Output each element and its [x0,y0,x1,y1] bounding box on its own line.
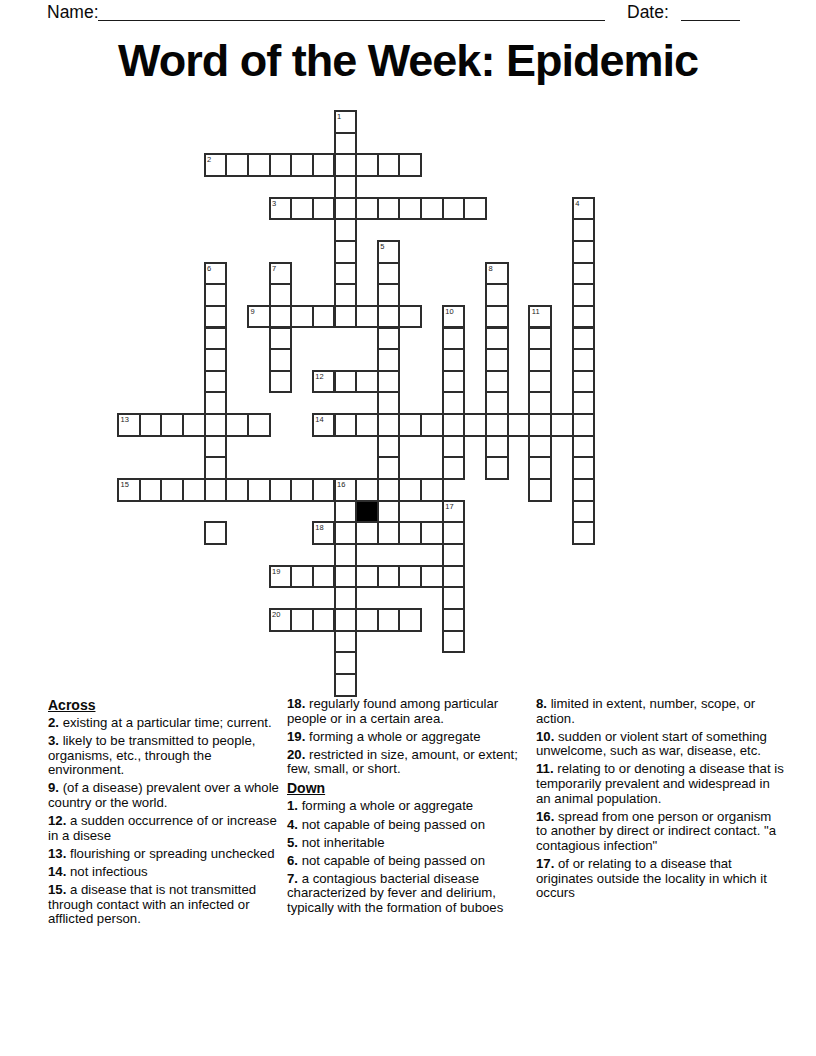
crossword-cell[interactable] [377,197,401,221]
crossword-cell[interactable] [204,327,228,351]
clue-across-15: 15. a disease that is not transmitted th… [48,883,288,927]
crossword-cell[interactable] [420,521,444,545]
clue-across-13: 13. flourishing or spreading unchecked [48,847,288,862]
crossword-cell[interactable]: 15 [117,478,141,502]
crossword-cell[interactable] [377,435,401,459]
crossword-cell[interactable]: 1 [334,110,358,134]
crossword-cell[interactable] [334,175,358,199]
crossword-cell[interactable] [355,305,379,329]
crossword-cell[interactable] [269,370,293,394]
crossword-cell[interactable] [442,435,466,459]
crossword-cell[interactable] [572,218,596,242]
crossword-cell[interactable] [225,153,249,177]
crossword-cell[interactable] [528,478,552,502]
crossword-cell[interactable] [355,521,379,545]
clue-number-label: 15 [121,480,129,489]
crossword-cell[interactable] [398,413,422,437]
clue-down-7: 7. a contagious bacterial disease charac… [287,872,530,916]
crossword-cell[interactable] [572,370,596,394]
crossword-cell[interactable] [377,565,401,589]
crossword-cell[interactable] [269,327,293,351]
crossword-cell[interactable] [160,413,184,437]
crossword-cell[interactable] [377,283,401,307]
crossword-cell[interactable] [269,283,293,307]
crossword-cell[interactable] [334,240,358,264]
crossword-cell[interactable] [377,305,401,329]
crossword-cell[interactable] [247,413,271,437]
crossword-cell[interactable]: 10 [442,305,466,329]
clue-down-10: 10. sudden or violent start of something… [536,730,784,759]
crossword-cell[interactable]: 14 [312,413,336,437]
clue-across-14: 14. not infectious [48,865,288,880]
crossword-cell[interactable] [550,413,574,437]
crossword-cell[interactable] [377,153,401,177]
crossword-cell[interactable] [442,413,466,437]
clue-number-label: 7 [272,264,276,273]
crossword-cell[interactable] [398,478,422,502]
crossword-cell[interactable] [312,305,336,329]
crossword-cell[interactable] [528,413,552,437]
crossword-cell[interactable] [204,391,228,415]
crossword-cell[interactable] [204,348,228,372]
crossword-cell[interactable]: 5 [377,240,401,264]
crossword-cell[interactable] [312,153,336,177]
crossword-cell[interactable] [572,327,596,351]
crossword-cell[interactable] [334,521,358,545]
crossword-cell[interactable] [572,240,596,264]
crossword-cell[interactable] [334,153,358,177]
crossword-cell[interactable] [572,305,596,329]
crossword-cell[interactable] [204,435,228,459]
crossword-cell[interactable] [442,521,466,545]
clue-number-label: 16 [337,480,345,489]
crossword-cell[interactable] [528,370,552,394]
clue-down-8: 8. limited in extent, number, scope, or … [536,697,784,726]
crossword-cell[interactable] [442,327,466,351]
crossword-cell[interactable]: 18 [312,521,336,545]
crossword-cell[interactable] [398,153,422,177]
crossword-cell[interactable] [334,500,358,524]
crossword-cell[interactable] [485,348,509,372]
crossword-cell[interactable] [355,413,379,437]
crossword-cell[interactable] [442,586,466,610]
clue-down-1: 1. forming a whole or aggregate [287,799,530,814]
crossword-cell[interactable] [572,456,596,480]
crossword-cell[interactable]: 12 [312,370,336,394]
clue-number-label: 6 [207,264,211,273]
crossword-cell[interactable]: 9 [247,305,271,329]
crossword-cell[interactable] [312,197,336,221]
name-input-line[interactable] [98,1,605,21]
crossword-cell[interactable]: 6 [204,262,228,286]
crossword-cell[interactable]: 13 [117,413,141,437]
clue-number-label: 18 [315,523,323,532]
crossword-cell[interactable] [334,608,358,632]
crossword-cell[interactable] [182,478,206,502]
clue-across-18: 18. regularly found among particular peo… [287,697,530,726]
crossword-cell[interactable] [398,565,422,589]
crossword-cell[interactable] [398,608,422,632]
crossword-cell[interactable]: 19 [269,565,293,589]
clue-number-label: 13 [121,415,129,424]
crossword-cell[interactable] [290,305,314,329]
clue-list-heading: Down [287,780,530,796]
crossword-cell[interactable] [377,521,401,545]
crossword-cell[interactable] [398,521,422,545]
crossword-cell[interactable] [269,153,293,177]
clue-number-label: 20 [272,610,280,619]
blocked-cell [355,500,379,524]
crossword-cell[interactable] [334,283,358,307]
clue-number-label: 14 [315,415,323,424]
crossword-cell[interactable] [377,370,401,394]
crossword-cell[interactable] [442,608,466,632]
clue-across-19: 19. forming a whole or aggregate [287,730,530,745]
crossword-cell[interactable] [204,283,228,307]
crossword-cell[interactable]: 11 [528,305,552,329]
crossword-cell[interactable] [485,413,509,437]
crossword-cell[interactable] [463,413,487,437]
crossword-cell[interactable] [139,413,163,437]
crossword-worksheet-page: { "game": "crossword", "title": "Word of… [0,0,816,1056]
crossword-cell[interactable] [377,348,401,372]
crossword-cell[interactable] [485,327,509,351]
crossword-cell[interactable] [377,478,401,502]
crossword-cell[interactable] [334,565,358,589]
crossword-cell[interactable] [572,435,596,459]
crossword-cell[interactable] [334,370,358,394]
crossword-cell[interactable] [334,262,358,286]
crossword-cell[interactable] [572,283,596,307]
crossword-cell[interactable] [204,521,228,545]
crossword-cell[interactable] [572,348,596,372]
crossword-cell[interactable]: 2 [204,153,228,177]
crossword-cell[interactable] [334,218,358,242]
clue-column-2: 18. regularly found among particular peo… [287,697,530,919]
clue-number-label: 12 [315,372,323,381]
crossword-cell[interactable] [572,413,596,437]
clue-number-label: 1 [337,112,341,121]
crossword-cell[interactable] [485,305,509,329]
clue-number-label: 9 [250,307,254,316]
crossword-cell[interactable] [398,305,422,329]
clue-number-label: 10 [445,307,453,316]
clue-number-label: 2 [207,155,211,164]
crossword-cell[interactable]: 7 [269,262,293,286]
crossword-cell[interactable]: 17 [442,500,466,524]
crossword-cell[interactable] [334,305,358,329]
crossword-cell[interactable] [290,197,314,221]
clue-across-20: 20. restricted in size, amount, or exten… [287,748,530,777]
clue-number-label: 11 [532,307,540,316]
crossword-cell[interactable] [269,305,293,329]
crossword-cell[interactable] [269,478,293,502]
crossword-cell[interactable] [204,305,228,329]
clue-down-6: 6. not capable of being passed on [287,854,530,869]
crossword-cell[interactable] [355,478,379,502]
crossword-cell[interactable] [355,153,379,177]
clue-down-4: 4. not capable of being passed on [287,818,530,833]
clue-number-label: 17 [445,502,453,511]
crossword-cell[interactable] [377,262,401,286]
crossword-cell[interactable] [182,413,206,437]
crossword-cell[interactable] [312,608,336,632]
date-label: Date: [627,2,669,23]
crossword-cell[interactable] [442,391,466,415]
clue-number-label: 19 [272,567,280,576]
crossword-cell[interactable]: 16 [334,478,358,502]
crossword-cell[interactable] [485,456,509,480]
clue-down-5: 5. not inheritable [287,836,530,851]
crossword-cell[interactable] [572,478,596,502]
crossword-cell[interactable] [377,608,401,632]
crossword-cell[interactable] [442,630,466,654]
crossword-cell[interactable] [528,435,552,459]
crossword-cell[interactable] [355,608,379,632]
clue-number-label: 4 [575,199,579,208]
clue-number-label: 5 [380,242,384,251]
crossword-cell[interactable] [377,413,401,437]
crossword-cell[interactable] [420,197,444,221]
crossword-cell[interactable]: 4 [572,197,596,221]
crossword-cell[interactable] [485,391,509,415]
clue-down-11: 11. relating to or denoting a disease th… [536,762,784,806]
crossword-cell[interactable] [204,370,228,394]
clue-number-label: 8 [489,264,493,273]
clue-list-heading: Across [48,697,288,713]
crossword-cell[interactable] [247,478,271,502]
crossword-cell[interactable] [290,608,314,632]
crossword-cell[interactable] [398,197,422,221]
crossword-cell[interactable] [334,586,358,610]
crossword-cell[interactable] [334,132,358,156]
crossword-cell[interactable] [160,478,184,502]
crossword-cell[interactable] [442,565,466,589]
crossword-cell[interactable] [442,543,466,567]
crossword-cell[interactable] [334,413,358,437]
crossword-grid: 1234567891011121314151617181920 [117,110,597,698]
crossword-cell[interactable] [334,543,358,567]
crossword-cell[interactable] [334,197,358,221]
crossword-cell[interactable]: 20 [269,608,293,632]
crossword-cell[interactable] [377,456,401,480]
crossword-cell[interactable] [463,197,487,221]
crossword-cell[interactable] [247,153,271,177]
crossword-cell[interactable] [442,197,466,221]
clue-across-2: 2. existing at a particular time; curren… [48,716,288,731]
crossword-cell[interactable] [355,565,379,589]
crossword-cell[interactable] [334,630,358,654]
clue-number-label: 3 [272,199,276,208]
date-input-line[interactable] [681,1,740,21]
clue-across-3: 3. likely to be transmitted to people, o… [48,734,288,778]
name-label: Name: [47,2,99,23]
crossword-cell[interactable] [377,327,401,351]
crossword-cell[interactable] [528,327,552,351]
crossword-cell[interactable] [528,456,552,480]
page-title: Word of the Week: Epidemic [0,35,816,87]
crossword-cell[interactable] [485,435,509,459]
crossword-cell[interactable] [485,283,509,307]
crossword-cell[interactable] [312,565,336,589]
crossword-cell[interactable] [420,565,444,589]
clue-column-1: Across2. existing at a particular time; … [48,697,288,930]
clue-column-3: 8. limited in extent, number, scope, or … [536,697,784,904]
clue-across-9: 9. (of a disease) prevalent over a whole… [48,781,288,810]
crossword-cell[interactable] [204,456,228,480]
crossword-cell[interactable] [572,500,596,524]
crossword-cell[interactable]: 8 [485,262,509,286]
crossword-cell[interactable] [572,262,596,286]
crossword-cell[interactable] [290,565,314,589]
crossword-cell[interactable] [528,391,552,415]
crossword-cell[interactable]: 3 [269,197,293,221]
crossword-cell[interactable] [355,370,379,394]
crossword-cell[interactable] [204,413,228,437]
crossword-cell[interactable] [139,478,163,502]
crossword-cell[interactable] [572,521,596,545]
clue-down-17: 17. of or relating to a disease that ori… [536,857,784,901]
crossword-cell[interactable] [355,197,379,221]
crossword-cell[interactable] [528,348,552,372]
crossword-cell[interactable] [377,500,401,524]
crossword-cell[interactable] [485,370,509,394]
crossword-cell[interactable] [312,478,336,502]
crossword-cell[interactable] [442,348,466,372]
clue-down-16: 16. spread from one person or organism t… [536,810,784,854]
crossword-cell[interactable] [225,413,249,437]
clue-across-12: 12. a sudden occurrence of or increase i… [48,814,288,843]
crossword-cell[interactable] [204,478,228,502]
crossword-cell[interactable] [507,413,531,437]
crossword-cell[interactable] [334,673,358,697]
crossword-cell[interactable] [572,391,596,415]
crossword-cell[interactable] [420,478,444,502]
crossword-cell[interactable] [225,478,249,502]
crossword-cell[interactable] [420,413,444,437]
crossword-cell[interactable] [442,370,466,394]
crossword-cell[interactable] [269,348,293,372]
crossword-cell[interactable] [377,391,401,415]
crossword-cell[interactable] [290,478,314,502]
crossword-cell[interactable] [290,153,314,177]
crossword-cell[interactable] [334,651,358,675]
crossword-cell[interactable] [442,456,466,480]
